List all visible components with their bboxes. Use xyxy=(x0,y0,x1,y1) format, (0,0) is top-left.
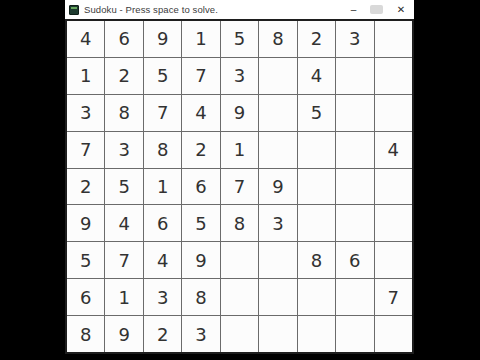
cell-r2c5[interactable]: 3 xyxy=(221,58,258,94)
cell-r3c6[interactable] xyxy=(259,95,296,131)
cell-r3c4[interactable]: 4 xyxy=(182,95,219,131)
window-title: Sudoku - Press space to solve. xyxy=(84,4,218,15)
cell-r3c3[interactable]: 7 xyxy=(144,95,181,131)
cell-r2c8[interactable] xyxy=(336,58,373,94)
cell-r1c4[interactable]: 1 xyxy=(182,21,219,57)
close-button[interactable]: ✕ xyxy=(388,0,414,19)
close-icon: ✕ xyxy=(397,5,405,15)
cell-r2c7[interactable]: 4 xyxy=(298,58,335,94)
cell-r6c6[interactable]: 3 xyxy=(259,205,296,241)
maximize-icon xyxy=(370,5,383,14)
cell-r7c6[interactable] xyxy=(259,242,296,278)
cell-r5c4[interactable]: 6 xyxy=(182,169,219,205)
cell-r6c2[interactable]: 4 xyxy=(105,205,142,241)
cell-r5c8[interactable] xyxy=(336,169,373,205)
cell-r1c2[interactable]: 6 xyxy=(105,21,142,57)
cell-r5c6[interactable]: 9 xyxy=(259,169,296,205)
cell-r3c2[interactable]: 8 xyxy=(105,95,142,131)
cell-r7c5[interactable] xyxy=(221,242,258,278)
cell-r4c2[interactable]: 3 xyxy=(105,132,142,168)
cell-r3c9[interactable] xyxy=(375,95,412,131)
cell-r5c2[interactable]: 5 xyxy=(105,169,142,205)
title-bar[interactable]: Sudoku - Press space to solve. – ✕ xyxy=(65,0,414,19)
cell-r2c6[interactable] xyxy=(259,58,296,94)
cell-r7c4[interactable]: 9 xyxy=(182,242,219,278)
cell-r1c7[interactable]: 2 xyxy=(298,21,335,57)
cell-r8c6[interactable] xyxy=(259,279,296,315)
letterbox-right xyxy=(414,0,480,360)
cell-r7c9[interactable] xyxy=(375,242,412,278)
sudoku-window: Sudoku - Press space to solve. – ✕ 46915… xyxy=(65,0,414,354)
cell-r6c5[interactable]: 8 xyxy=(221,205,258,241)
cell-r4c9[interactable]: 4 xyxy=(375,132,412,168)
cell-r9c8[interactable] xyxy=(336,316,373,352)
cell-r9c7[interactable] xyxy=(298,316,335,352)
cell-r5c5[interactable]: 7 xyxy=(221,169,258,205)
maximize-button[interactable] xyxy=(365,0,388,19)
cell-r1c8[interactable]: 3 xyxy=(336,21,373,57)
cell-r9c2[interactable]: 9 xyxy=(105,316,142,352)
cell-r7c3[interactable]: 4 xyxy=(144,242,181,278)
cell-r3c5[interactable]: 9 xyxy=(221,95,258,131)
cell-r7c2[interactable]: 7 xyxy=(105,242,142,278)
cell-r8c5[interactable] xyxy=(221,279,258,315)
cell-r4c6[interactable] xyxy=(259,132,296,168)
cell-r8c2[interactable]: 1 xyxy=(105,279,142,315)
cell-r2c3[interactable]: 5 xyxy=(144,58,181,94)
cell-r1c5[interactable]: 5 xyxy=(221,21,258,57)
cell-r3c7[interactable]: 5 xyxy=(298,95,335,131)
cell-r8c9[interactable]: 7 xyxy=(375,279,412,315)
cell-r1c9[interactable] xyxy=(375,21,412,57)
cell-r8c8[interactable] xyxy=(336,279,373,315)
cell-r5c3[interactable]: 1 xyxy=(144,169,181,205)
cell-r4c3[interactable]: 8 xyxy=(144,132,181,168)
sudoku-board: 4691582312573438749573821425167994658357… xyxy=(65,19,414,354)
cell-r4c8[interactable] xyxy=(336,132,373,168)
cell-r9c3[interactable]: 2 xyxy=(144,316,181,352)
cell-r8c1[interactable]: 6 xyxy=(67,279,104,315)
cell-r5c9[interactable] xyxy=(375,169,412,205)
cell-r1c1[interactable]: 4 xyxy=(67,21,104,57)
cell-r4c7[interactable] xyxy=(298,132,335,168)
cell-r9c5[interactable] xyxy=(221,316,258,352)
cell-r6c1[interactable]: 9 xyxy=(67,205,104,241)
cell-r8c4[interactable]: 8 xyxy=(182,279,219,315)
app-icon xyxy=(69,5,79,15)
letterbox-bottom xyxy=(65,354,414,360)
cell-r4c5[interactable]: 1 xyxy=(221,132,258,168)
cell-r9c6[interactable] xyxy=(259,316,296,352)
cell-r6c4[interactable]: 5 xyxy=(182,205,219,241)
cell-r9c1[interactable]: 8 xyxy=(67,316,104,352)
cell-r3c1[interactable]: 3 xyxy=(67,95,104,131)
minimize-icon: – xyxy=(351,5,357,15)
cell-r9c9[interactable] xyxy=(375,316,412,352)
cell-r6c8[interactable] xyxy=(336,205,373,241)
cell-r1c3[interactable]: 9 xyxy=(144,21,181,57)
cell-r9c4[interactable]: 3 xyxy=(182,316,219,352)
cell-r2c1[interactable]: 1 xyxy=(67,58,104,94)
cell-r2c9[interactable] xyxy=(375,58,412,94)
cell-r1c6[interactable]: 8 xyxy=(259,21,296,57)
cell-r5c1[interactable]: 2 xyxy=(67,169,104,205)
window-controls: – ✕ xyxy=(342,0,414,19)
cell-r2c2[interactable]: 2 xyxy=(105,58,142,94)
cell-r4c4[interactable]: 2 xyxy=(182,132,219,168)
letterbox-left xyxy=(0,0,65,360)
cell-r7c1[interactable]: 5 xyxy=(67,242,104,278)
cell-r4c1[interactable]: 7 xyxy=(67,132,104,168)
cell-r6c9[interactable] xyxy=(375,205,412,241)
cell-r7c7[interactable]: 8 xyxy=(298,242,335,278)
cell-r6c7[interactable] xyxy=(298,205,335,241)
cell-r7c8[interactable]: 6 xyxy=(336,242,373,278)
cell-r8c7[interactable] xyxy=(298,279,335,315)
cell-r5c7[interactable] xyxy=(298,169,335,205)
minimize-button[interactable]: – xyxy=(342,0,365,19)
cell-r2c4[interactable]: 7 xyxy=(182,58,219,94)
cell-r8c3[interactable]: 3 xyxy=(144,279,181,315)
cell-r6c3[interactable]: 6 xyxy=(144,205,181,241)
cell-r3c8[interactable] xyxy=(336,95,373,131)
